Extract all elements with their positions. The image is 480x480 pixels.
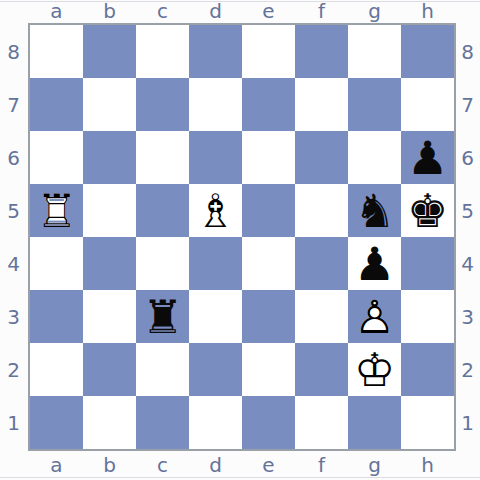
file-label-top-c: c [136, 0, 189, 22]
square-e4[interactable] [242, 237, 295, 290]
piece-black-king-h5[interactable]: ♚ [401, 184, 454, 237]
file-label-bottom-e: e [242, 452, 295, 478]
file-label-top-b: b [83, 0, 136, 22]
file-label-bottom-g: g [348, 452, 401, 478]
square-e3[interactable] [242, 290, 295, 343]
square-c6[interactable] [136, 131, 189, 184]
square-c8[interactable] [136, 25, 189, 78]
file-label-top-f: f [295, 0, 348, 22]
file-label-bottom-a: a [30, 452, 83, 478]
rank-label-right-1: 1 [455, 396, 480, 449]
rank-label-right-8: 8 [455, 25, 480, 78]
piece-white-rook-a5[interactable]: ♜♖ [30, 184, 83, 237]
piece-black-knight-g5[interactable]: ♞ [348, 184, 401, 237]
square-e8[interactable] [242, 25, 295, 78]
piece-outline-layer: ♔ [348, 343, 401, 396]
square-f3[interactable] [295, 290, 348, 343]
rank-label-right-5: 5 [455, 184, 480, 237]
rank-label-right-4: 4 [455, 237, 480, 290]
square-d1[interactable] [189, 396, 242, 449]
square-d6[interactable] [189, 131, 242, 184]
square-h1[interactable] [401, 396, 454, 449]
piece-white-pawn-g3[interactable]: ♟♙ [348, 290, 401, 343]
file-label-top-a: a [30, 0, 83, 22]
square-f8[interactable] [295, 25, 348, 78]
square-d3[interactable] [189, 290, 242, 343]
file-label-top-g: g [348, 0, 401, 22]
square-a8[interactable] [30, 25, 83, 78]
chess-diagram-page: abcdefgh 87654321 ♟♜♖♝♗♞♚♟♜♟♙♚♔ 87654321… [0, 0, 480, 480]
file-label-top-h: h [401, 0, 454, 22]
square-e6[interactable] [242, 131, 295, 184]
square-c4[interactable] [136, 237, 189, 290]
square-h7[interactable] [401, 78, 454, 131]
rank-label-right-6: 6 [455, 131, 480, 184]
square-e5[interactable] [242, 184, 295, 237]
square-g7[interactable] [348, 78, 401, 131]
square-b8[interactable] [83, 25, 136, 78]
square-b2[interactable] [83, 343, 136, 396]
piece-white-king-g2[interactable]: ♚♔ [348, 343, 401, 396]
square-e1[interactable] [242, 396, 295, 449]
piece-black-pawn-g4[interactable]: ♟ [348, 237, 401, 290]
square-a6[interactable] [30, 131, 83, 184]
file-label-bottom-c: c [136, 452, 189, 478]
square-c7[interactable] [136, 78, 189, 131]
square-c5[interactable] [136, 184, 189, 237]
square-g6[interactable] [348, 131, 401, 184]
square-f1[interactable] [295, 396, 348, 449]
piece-outline-layer: ♖ [30, 184, 83, 237]
square-h5[interactable]: ♚ [401, 184, 454, 237]
square-c2[interactable] [136, 343, 189, 396]
square-f4[interactable] [295, 237, 348, 290]
square-b7[interactable] [83, 78, 136, 131]
square-d2[interactable] [189, 343, 242, 396]
square-b3[interactable] [83, 290, 136, 343]
square-b4[interactable] [83, 237, 136, 290]
file-label-top-d: d [189, 0, 242, 22]
file-label-bottom-d: d [189, 452, 242, 478]
square-d8[interactable] [189, 25, 242, 78]
square-d5[interactable]: ♝♗ [189, 184, 242, 237]
square-b5[interactable] [83, 184, 136, 237]
rank-label-left-1: 1 [0, 396, 27, 449]
rank-labels-left: 87654321 [0, 25, 27, 449]
rank-label-right-2: 2 [455, 343, 480, 396]
square-c1[interactable] [136, 396, 189, 449]
square-g1[interactable] [348, 396, 401, 449]
square-e2[interactable] [242, 343, 295, 396]
square-f5[interactable] [295, 184, 348, 237]
file-label-bottom-f: f [295, 452, 348, 478]
chess-board: ♟♜♖♝♗♞♚♟♜♟♙♚♔ [28, 23, 456, 451]
rank-label-left-8: 8 [0, 25, 27, 78]
rank-label-left-6: 6 [0, 131, 27, 184]
file-labels-bottom: abcdefgh [30, 452, 454, 478]
piece-black-rook-c3[interactable]: ♜ [136, 290, 189, 343]
square-g5[interactable]: ♞ [348, 184, 401, 237]
bottom-divider [0, 477, 480, 478]
square-c3[interactable]: ♜ [136, 290, 189, 343]
file-label-top-e: e [242, 0, 295, 22]
square-f7[interactable] [295, 78, 348, 131]
file-labels-top: abcdefgh [30, 0, 454, 22]
square-d7[interactable] [189, 78, 242, 131]
square-h2[interactable] [401, 343, 454, 396]
rank-label-left-4: 4 [0, 237, 27, 290]
square-a1[interactable] [30, 396, 83, 449]
rank-labels-right: 87654321 [455, 25, 480, 449]
piece-white-bishop-d5[interactable]: ♝♗ [189, 184, 242, 237]
square-h3[interactable] [401, 290, 454, 343]
square-g4[interactable]: ♟ [348, 237, 401, 290]
square-a4[interactable] [30, 237, 83, 290]
square-g3[interactable]: ♟♙ [348, 290, 401, 343]
square-e7[interactable] [242, 78, 295, 131]
square-g2[interactable]: ♚♔ [348, 343, 401, 396]
piece-black-pawn-h6[interactable]: ♟ [401, 131, 454, 184]
square-a5[interactable]: ♜♖ [30, 184, 83, 237]
file-label-bottom-h: h [401, 452, 454, 478]
rank-label-left-5: 5 [0, 184, 27, 237]
square-a3[interactable] [30, 290, 83, 343]
square-h4[interactable] [401, 237, 454, 290]
square-g8[interactable] [348, 25, 401, 78]
rank-label-left-7: 7 [0, 78, 27, 131]
rank-label-left-3: 3 [0, 290, 27, 343]
rank-label-right-3: 3 [455, 290, 480, 343]
rank-label-left-2: 2 [0, 343, 27, 396]
square-b1[interactable] [83, 396, 136, 449]
rank-label-right-7: 7 [455, 78, 480, 131]
square-f6[interactable] [295, 131, 348, 184]
square-f2[interactable] [295, 343, 348, 396]
square-h6[interactable]: ♟ [401, 131, 454, 184]
square-d4[interactable] [189, 237, 242, 290]
square-h8[interactable] [401, 25, 454, 78]
piece-outline-layer: ♗ [189, 184, 242, 237]
square-b6[interactable] [83, 131, 136, 184]
piece-outline-layer: ♙ [348, 290, 401, 343]
square-a2[interactable] [30, 343, 83, 396]
file-label-bottom-b: b [83, 452, 136, 478]
square-a7[interactable] [30, 78, 83, 131]
